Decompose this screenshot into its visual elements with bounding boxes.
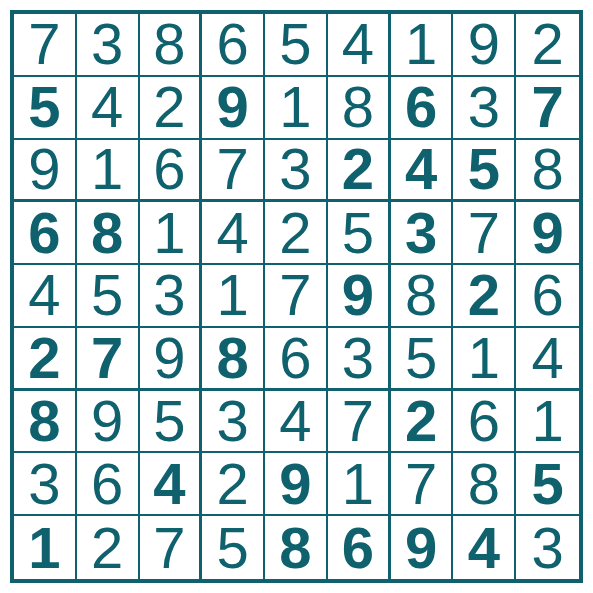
cell-r8c3: 4 xyxy=(140,453,203,516)
cell-r5c1: 4 xyxy=(14,265,77,328)
solved-digit: 6 xyxy=(217,15,249,73)
given-digit: 5 xyxy=(531,455,563,513)
cell-r5c6: 9 xyxy=(328,265,391,328)
cell-r2c2: 4 xyxy=(77,77,140,140)
cell-r5c5: 7 xyxy=(265,265,328,328)
given-digit: 9 xyxy=(531,204,563,262)
cell-r8c9: 5 xyxy=(516,453,579,516)
cell-r9c8: 4 xyxy=(453,516,516,579)
given-digit: 8 xyxy=(91,204,123,262)
cell-r2c3: 2 xyxy=(140,77,203,140)
given-digit: 8 xyxy=(217,329,249,387)
solved-digit: 3 xyxy=(342,329,374,387)
solved-digit: 6 xyxy=(279,329,311,387)
solved-digit: 1 xyxy=(91,140,123,198)
cell-r6c8: 1 xyxy=(453,328,516,391)
given-digit: 4 xyxy=(468,519,500,577)
solved-digit: 3 xyxy=(91,15,123,73)
given-digit: 9 xyxy=(342,266,374,324)
solved-digit: 8 xyxy=(468,455,500,513)
solved-digit: 5 xyxy=(405,329,437,387)
cell-r4c3: 1 xyxy=(140,202,203,265)
given-digit: 9 xyxy=(217,78,249,136)
cell-r9c6: 6 xyxy=(328,516,391,579)
cell-r1c5: 5 xyxy=(265,14,328,77)
solved-digit: 4 xyxy=(342,15,374,73)
given-digit: 6 xyxy=(342,519,374,577)
solved-digit: 8 xyxy=(405,266,437,324)
cell-r4c2: 8 xyxy=(77,202,140,265)
given-digit: 7 xyxy=(91,329,123,387)
solved-digit: 1 xyxy=(279,78,311,136)
solved-digit: 5 xyxy=(217,519,249,577)
cell-r4c7: 3 xyxy=(391,202,454,265)
cell-r1c6: 4 xyxy=(328,14,391,77)
solved-digit: 7 xyxy=(468,204,500,262)
solved-digit: 1 xyxy=(405,15,437,73)
given-digit: 4 xyxy=(405,140,437,198)
cell-r3c3: 6 xyxy=(140,140,203,203)
given-digit: 6 xyxy=(405,78,437,136)
cell-r7c5: 4 xyxy=(265,391,328,454)
cell-r1c4: 6 xyxy=(202,14,265,77)
cell-r1c2: 3 xyxy=(77,14,140,77)
cell-r8c8: 8 xyxy=(453,453,516,516)
cell-r4c1: 6 xyxy=(14,202,77,265)
given-digit: 7 xyxy=(531,78,563,136)
given-digit: 2 xyxy=(468,266,500,324)
cell-r3c2: 1 xyxy=(77,140,140,203)
cell-r7c9: 1 xyxy=(516,391,579,454)
solved-digit: 3 xyxy=(153,266,185,324)
solved-digit: 7 xyxy=(28,15,60,73)
cell-r6c6: 3 xyxy=(328,328,391,391)
solved-digit: 4 xyxy=(279,392,311,450)
cell-r2c9: 7 xyxy=(516,77,579,140)
solved-digit: 2 xyxy=(153,78,185,136)
cell-r7c4: 3 xyxy=(202,391,265,454)
solved-digit: 7 xyxy=(342,392,374,450)
solved-digit: 7 xyxy=(279,266,311,324)
solved-digit: 3 xyxy=(531,519,563,577)
cell-r4c8: 7 xyxy=(453,202,516,265)
cell-r3c1: 9 xyxy=(14,140,77,203)
given-digit: 9 xyxy=(279,455,311,513)
cell-r4c9: 9 xyxy=(516,202,579,265)
cell-r8c5: 9 xyxy=(265,453,328,516)
cell-r7c8: 6 xyxy=(453,391,516,454)
cell-r9c2: 2 xyxy=(77,516,140,579)
cell-r3c4: 7 xyxy=(202,140,265,203)
solved-digit: 2 xyxy=(217,455,249,513)
solved-digit: 7 xyxy=(153,519,185,577)
cell-r2c6: 8 xyxy=(328,77,391,140)
cell-r8c4: 2 xyxy=(202,453,265,516)
cell-r3c6: 2 xyxy=(328,140,391,203)
given-digit: 8 xyxy=(279,519,311,577)
cell-r3c5: 3 xyxy=(265,140,328,203)
solved-digit: 2 xyxy=(531,15,563,73)
cell-r7c3: 5 xyxy=(140,391,203,454)
solved-digit: 3 xyxy=(279,140,311,198)
solved-digit: 3 xyxy=(468,78,500,136)
cell-r2c1: 5 xyxy=(14,77,77,140)
solved-digit: 7 xyxy=(217,140,249,198)
cell-r7c7: 2 xyxy=(391,391,454,454)
sudoku-board: 7386541925429186379167324586814253794531… xyxy=(10,10,583,583)
solved-digit: 6 xyxy=(153,140,185,198)
solved-digit: 7 xyxy=(405,455,437,513)
solved-digit: 9 xyxy=(468,15,500,73)
solved-digit: 3 xyxy=(217,392,249,450)
cell-r8c2: 6 xyxy=(77,453,140,516)
cell-r8c6: 1 xyxy=(328,453,391,516)
given-digit: 3 xyxy=(405,204,437,262)
solved-digit: 8 xyxy=(153,15,185,73)
solved-digit: 1 xyxy=(217,266,249,324)
solved-digit: 6 xyxy=(91,455,123,513)
solved-digit: 9 xyxy=(153,329,185,387)
cell-r7c6: 7 xyxy=(328,391,391,454)
given-digit: 5 xyxy=(28,78,60,136)
cell-r5c4: 1 xyxy=(202,265,265,328)
given-digit: 6 xyxy=(28,204,60,262)
cell-r8c1: 3 xyxy=(14,453,77,516)
cell-r6c9: 4 xyxy=(516,328,579,391)
given-digit: 9 xyxy=(405,519,437,577)
solved-digit: 4 xyxy=(28,266,60,324)
solved-digit: 5 xyxy=(153,392,185,450)
solved-digit: 2 xyxy=(91,519,123,577)
cell-r5c2: 5 xyxy=(77,265,140,328)
solved-digit: 4 xyxy=(217,204,249,262)
cell-r3c9: 8 xyxy=(516,140,579,203)
cell-r3c8: 5 xyxy=(453,140,516,203)
cell-r5c8: 2 xyxy=(453,265,516,328)
given-digit: 2 xyxy=(342,140,374,198)
solved-digit: 1 xyxy=(531,392,563,450)
cell-r7c2: 9 xyxy=(77,391,140,454)
solved-digit: 4 xyxy=(91,78,123,136)
solved-digit: 9 xyxy=(28,140,60,198)
cell-r4c5: 2 xyxy=(265,202,328,265)
solved-digit: 3 xyxy=(28,455,60,513)
solved-digit: 6 xyxy=(468,392,500,450)
cell-r2c7: 6 xyxy=(391,77,454,140)
cell-r7c1: 8 xyxy=(14,391,77,454)
cell-r9c9: 3 xyxy=(516,516,579,579)
solved-digit: 5 xyxy=(342,204,374,262)
cell-r6c4: 8 xyxy=(202,328,265,391)
solved-digit: 6 xyxy=(531,266,563,324)
cell-r9c4: 5 xyxy=(202,516,265,579)
given-digit: 2 xyxy=(28,329,60,387)
given-digit: 1 xyxy=(28,519,60,577)
cell-r8c7: 7 xyxy=(391,453,454,516)
given-digit: 4 xyxy=(153,455,185,513)
cell-r5c9: 6 xyxy=(516,265,579,328)
solved-digit: 9 xyxy=(91,392,123,450)
cell-r9c3: 7 xyxy=(140,516,203,579)
cell-r2c8: 3 xyxy=(453,77,516,140)
solved-digit: 5 xyxy=(279,15,311,73)
cell-r5c7: 8 xyxy=(391,265,454,328)
cell-r6c5: 6 xyxy=(265,328,328,391)
cell-r6c1: 2 xyxy=(14,328,77,391)
solved-digit: 1 xyxy=(342,455,374,513)
cell-r4c4: 4 xyxy=(202,202,265,265)
cell-r3c7: 4 xyxy=(391,140,454,203)
cell-r5c3: 3 xyxy=(140,265,203,328)
solved-digit: 8 xyxy=(342,78,374,136)
cell-r9c7: 9 xyxy=(391,516,454,579)
given-digit: 5 xyxy=(468,140,500,198)
solved-digit: 1 xyxy=(468,329,500,387)
solved-digit: 4 xyxy=(531,329,563,387)
cell-r2c4: 9 xyxy=(202,77,265,140)
cell-r1c1: 7 xyxy=(14,14,77,77)
solved-digit: 8 xyxy=(531,140,563,198)
cell-r1c3: 8 xyxy=(140,14,203,77)
solved-digit: 1 xyxy=(153,204,185,262)
given-digit: 8 xyxy=(28,392,60,450)
cell-r9c5: 8 xyxy=(265,516,328,579)
solved-digit: 2 xyxy=(279,204,311,262)
cell-r1c9: 2 xyxy=(516,14,579,77)
solved-digit: 5 xyxy=(91,266,123,324)
cell-r6c2: 7 xyxy=(77,328,140,391)
cell-r4c6: 5 xyxy=(328,202,391,265)
cell-r1c8: 9 xyxy=(453,14,516,77)
sudoku-page: 7386541925429186379167324586814253794531… xyxy=(0,0,593,593)
given-digit: 2 xyxy=(405,392,437,450)
cell-r1c7: 1 xyxy=(391,14,454,77)
cell-r6c7: 5 xyxy=(391,328,454,391)
cell-r6c3: 9 xyxy=(140,328,203,391)
cell-r9c1: 1 xyxy=(14,516,77,579)
cell-r2c5: 1 xyxy=(265,77,328,140)
